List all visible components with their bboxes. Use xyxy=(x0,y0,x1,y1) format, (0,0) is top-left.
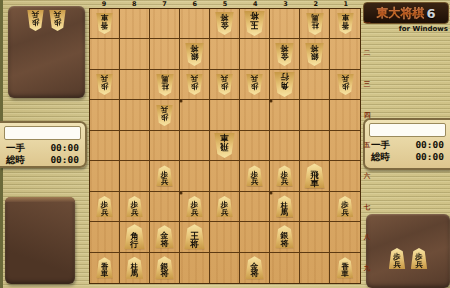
gote-player-name-field[interactable] xyxy=(4,126,81,140)
board-cell[interactable]: 桂馬 xyxy=(120,253,150,283)
board-cell[interactable] xyxy=(240,100,270,130)
piece-kanji: 歩兵 xyxy=(54,11,62,26)
piece-silver[interactable]: 銀将 xyxy=(305,43,324,66)
gote-move-timer-row: 一手 00:00 xyxy=(4,142,81,154)
board-cell[interactable] xyxy=(90,222,120,252)
piece-kanji: 飛車 xyxy=(310,171,319,188)
board-cell[interactable]: 桂馬 xyxy=(270,192,300,222)
board-cell[interactable]: 歩兵 xyxy=(240,161,270,191)
piece-pawn[interactable]: 歩兵 xyxy=(337,74,354,95)
board-cell[interactable]: 銀将 xyxy=(300,39,330,69)
sente-player-name-field[interactable] xyxy=(369,123,446,137)
rank-label: 三 xyxy=(362,69,372,100)
piece-kanji: 銀将 xyxy=(311,44,319,60)
logo-subtitle: for Windows xyxy=(363,25,448,33)
spare-tray xyxy=(5,197,75,284)
board-cell[interactable] xyxy=(210,39,240,69)
board-cell[interactable]: 金将 xyxy=(210,9,240,39)
piece-lance[interactable]: 香車 xyxy=(96,257,113,278)
piece-lance[interactable]: 香車 xyxy=(337,13,354,34)
board-cell[interactable] xyxy=(180,131,210,161)
board-cell[interactable]: 香車 xyxy=(90,253,120,283)
sente-hand-pieces: 歩兵歩兵 xyxy=(366,214,450,269)
board-cell[interactable] xyxy=(330,222,360,252)
piece-pawn[interactable]: 歩兵 xyxy=(156,165,173,186)
board-cell[interactable]: 金将 xyxy=(150,222,180,252)
board-cell[interactable] xyxy=(300,100,330,130)
piece-pawn[interactable]: 歩兵 xyxy=(186,74,203,95)
sente-total-timer-row: 総時 00:00 xyxy=(369,151,446,163)
piece-kanji: 桂馬 xyxy=(131,263,139,278)
sente-captured-tray: 歩兵歩兵 xyxy=(366,214,450,288)
gote-move-timer-label: 一手 xyxy=(6,142,25,154)
board-cell[interactable] xyxy=(270,9,300,39)
sente-total-timer-value: 00:00 xyxy=(415,151,444,163)
file-label: 4 xyxy=(240,0,270,8)
rank-label: 七 xyxy=(362,192,372,223)
piece-lance[interactable]: 香車 xyxy=(337,257,354,278)
rank-coordinate-labels: 一二三四五六七八九 xyxy=(362,8,372,284)
sente-move-timer-row: 一手 00:00 xyxy=(369,139,446,151)
board-cell[interactable]: 角行 xyxy=(270,70,300,100)
board-cell[interactable]: 角行 xyxy=(120,222,150,252)
rank-label: 六 xyxy=(362,161,372,192)
piece-kanji: 歩兵 xyxy=(393,253,401,268)
piece-bishop[interactable]: 角行 xyxy=(274,72,295,97)
board-cell[interactable] xyxy=(120,9,150,39)
piece-lance[interactable]: 香車 xyxy=(96,13,113,34)
board-cell[interactable] xyxy=(300,253,330,283)
hoshi-dot xyxy=(179,100,182,103)
piece-kanji: 歩兵 xyxy=(101,201,109,216)
piece-kanji: 金将 xyxy=(281,44,289,60)
board-cell[interactable]: 飛車 xyxy=(210,131,240,161)
piece-king[interactable]: 玉将 xyxy=(244,11,265,36)
board-cell[interactable] xyxy=(270,253,300,283)
board-cell[interactable] xyxy=(330,131,360,161)
piece-kanji: 歩兵 xyxy=(32,11,40,26)
rank-label: 四 xyxy=(362,100,372,131)
piece-kanji: 歩兵 xyxy=(191,201,199,216)
piece-kanji: 桂馬 xyxy=(311,14,319,29)
piece-kanji: 桂馬 xyxy=(161,75,169,90)
board-cell[interactable] xyxy=(300,192,330,222)
piece-rook[interactable]: 飛車 xyxy=(214,133,235,158)
logo-title: 東大将棋 xyxy=(376,5,424,22)
board-cell[interactable] xyxy=(270,100,300,130)
shogi-board[interactable]: 香車金将玉将桂馬香車銀将金将銀将歩兵桂馬歩兵歩兵歩兵角行歩兵歩兵飛車歩兵歩兵歩兵… xyxy=(89,8,361,284)
file-label: 5 xyxy=(210,0,240,8)
board-cell[interactable] xyxy=(210,161,240,191)
board-cell[interactable] xyxy=(150,39,180,69)
board-cell[interactable]: 銀将 xyxy=(150,253,180,283)
board-cell[interactable]: 飛車 xyxy=(300,161,330,191)
board-cell[interactable] xyxy=(300,222,330,252)
rank-label: 一 xyxy=(362,8,372,39)
sente-player-panel: 一手 00:00 総時 00:00 xyxy=(363,118,450,170)
piece-kanji: 香車 xyxy=(101,263,109,278)
piece-kanji: 歩兵 xyxy=(101,75,109,90)
piece-pawn[interactable]: 歩兵 xyxy=(337,196,354,217)
board-cell[interactable] xyxy=(90,39,120,69)
piece-pawn[interactable]: 歩兵 xyxy=(246,165,263,186)
file-label: 8 xyxy=(119,0,149,8)
board-cell[interactable] xyxy=(300,131,330,161)
piece-kanji: 歩兵 xyxy=(221,201,229,216)
board-cell[interactable] xyxy=(180,161,210,191)
logo-version: 6 xyxy=(426,6,435,21)
hoshi-dot xyxy=(179,192,182,195)
gote-total-timer-value: 00:00 xyxy=(50,154,79,166)
piece-gold[interactable]: 金将 xyxy=(155,225,174,248)
rank-label: 八 xyxy=(362,223,372,254)
gote-player-panel: 一手 00:00 総時 00:00 xyxy=(0,121,87,168)
board-cell[interactable] xyxy=(120,161,150,191)
piece-pawn[interactable]: 歩兵 xyxy=(276,165,293,186)
board-cell[interactable]: 桂馬 xyxy=(300,9,330,39)
board-cell[interactable]: 歩兵 xyxy=(120,192,150,222)
piece-kanji: 角行 xyxy=(280,73,289,90)
hoshi-dot xyxy=(270,100,273,103)
piece-kanji: 飛車 xyxy=(220,134,229,151)
board-cell[interactable]: 香車 xyxy=(330,253,360,283)
piece-kanji: 歩兵 xyxy=(131,201,139,216)
app-logo: 東大将棋6 xyxy=(363,2,449,24)
piece-kanji: 歩兵 xyxy=(281,171,289,186)
board-cell[interactable]: 歩兵 xyxy=(90,70,120,100)
gote-total-timer-row: 総時 00:00 xyxy=(4,154,81,166)
piece-kanji: 歩兵 xyxy=(251,171,259,186)
piece-kanji: 歩兵 xyxy=(221,75,229,90)
sente-total-timer-label: 総時 xyxy=(371,151,390,163)
piece-knight[interactable]: 桂馬 xyxy=(306,13,324,35)
board-cell[interactable] xyxy=(270,131,300,161)
piece-kanji: 銀将 xyxy=(161,263,169,279)
piece-kanji: 金将 xyxy=(161,232,169,248)
board-cell[interactable]: 銀将 xyxy=(180,39,210,69)
board-cell[interactable] xyxy=(180,253,210,283)
board-cell[interactable]: 金将 xyxy=(240,253,270,283)
file-label: 2 xyxy=(301,0,331,8)
board-cell[interactable]: 歩兵 xyxy=(210,70,240,100)
piece-pawn[interactable]: 歩兵 xyxy=(186,196,203,217)
piece-gold[interactable]: 金将 xyxy=(245,256,264,279)
board-cell[interactable] xyxy=(240,131,270,161)
piece-bishop[interactable]: 角行 xyxy=(124,224,145,249)
piece-pawn[interactable]: 歩兵 xyxy=(96,196,113,217)
board-cell[interactable]: 玉将 xyxy=(240,9,270,39)
board-cell[interactable] xyxy=(330,100,360,130)
piece-kanji: 銀将 xyxy=(281,232,289,248)
gote-total-timer-label: 総時 xyxy=(6,154,25,166)
board-cell[interactable] xyxy=(180,9,210,39)
board-cell[interactable] xyxy=(150,192,180,222)
gote-move-timer-value: 00:00 xyxy=(50,142,79,154)
piece-pawn[interactable]: 歩兵 xyxy=(96,74,113,95)
board-cell[interactable] xyxy=(120,39,150,69)
piece-kanji: 香車 xyxy=(101,14,109,29)
file-label: 7 xyxy=(149,0,179,8)
piece-gold[interactable]: 金将 xyxy=(215,12,234,35)
piece-kanji: 香車 xyxy=(341,263,349,278)
piece-kanji: 金将 xyxy=(251,263,259,279)
file-label: 1 xyxy=(331,0,361,8)
piece-pawn[interactable]: 歩兵 xyxy=(216,196,233,217)
gote-captured-tray: 歩兵歩兵 xyxy=(8,6,85,98)
piece-kanji: 歩兵 xyxy=(161,106,169,121)
piece-kanji: 歩兵 xyxy=(191,75,199,90)
gote-hand-pieces: 歩兵歩兵 xyxy=(8,6,85,31)
board-cell[interactable] xyxy=(90,100,120,130)
file-label: 9 xyxy=(89,0,119,8)
piece-king[interactable]: 王将 xyxy=(184,224,205,249)
board-cell[interactable] xyxy=(240,222,270,252)
piece-pawn[interactable]: 歩兵 xyxy=(389,248,406,269)
piece-knight[interactable]: 桂馬 xyxy=(126,257,144,279)
board-cell[interactable]: 桂馬 xyxy=(150,70,180,100)
piece-kanji: 歩兵 xyxy=(161,171,169,186)
board-cell[interactable] xyxy=(210,100,240,130)
piece-silver[interactable]: 銀将 xyxy=(155,256,174,279)
rank-label: 二 xyxy=(362,39,372,70)
board-cell[interactable]: 王将 xyxy=(180,222,210,252)
piece-kanji: 金将 xyxy=(221,13,229,29)
piece-kanji: 歩兵 xyxy=(341,201,349,216)
board-cell[interactable] xyxy=(150,9,180,39)
board-cell[interactable]: 歩兵 xyxy=(330,70,360,100)
board-cell[interactable] xyxy=(240,39,270,69)
piece-kanji: 桂馬 xyxy=(281,202,289,217)
board-cell[interactable] xyxy=(120,100,150,130)
piece-kanji: 王将 xyxy=(190,232,199,249)
piece-pawn[interactable]: 歩兵 xyxy=(27,10,44,31)
piece-silver[interactable]: 銀将 xyxy=(275,225,294,248)
board-cell[interactable]: 歩兵 xyxy=(330,192,360,222)
piece-pawn[interactable]: 歩兵 xyxy=(216,74,233,95)
board-cell[interactable] xyxy=(120,131,150,161)
board-cell[interactable]: 歩兵 xyxy=(210,192,240,222)
piece-rook[interactable]: 飛車 xyxy=(304,163,325,188)
piece-pawn[interactable]: 歩兵 xyxy=(126,196,143,217)
board-cell[interactable]: 歩兵 xyxy=(180,192,210,222)
piece-kanji: 玉将 xyxy=(250,12,259,29)
piece-pawn[interactable]: 歩兵 xyxy=(156,105,173,126)
app-window: 東大将棋6 for Windows 歩兵歩兵 歩兵歩兵 一手 00:00 総時 … xyxy=(0,0,450,288)
file-label: 3 xyxy=(270,0,300,8)
hoshi-dot xyxy=(270,192,273,195)
piece-knight[interactable]: 桂馬 xyxy=(276,195,294,217)
board-cell[interactable]: 香車 xyxy=(330,9,360,39)
piece-kanji: 歩兵 xyxy=(415,253,423,268)
board-cell[interactable]: 歩兵 xyxy=(240,70,270,100)
board-cell[interactable] xyxy=(120,70,150,100)
board-cell[interactable]: 香車 xyxy=(90,9,120,39)
sente-move-timer-value: 00:00 xyxy=(415,139,444,151)
board-cell[interactable] xyxy=(90,161,120,191)
board-cell[interactable] xyxy=(90,131,120,161)
piece-kanji: 歩兵 xyxy=(341,75,349,90)
piece-kanji: 香車 xyxy=(341,14,349,29)
piece-knight[interactable]: 桂馬 xyxy=(156,74,174,96)
board-cell[interactable]: 歩兵 xyxy=(150,100,180,130)
tray-rim xyxy=(5,197,75,202)
piece-pawn[interactable]: 歩兵 xyxy=(246,74,263,95)
board-cell[interactable]: 歩兵 xyxy=(270,161,300,191)
board-cell[interactable] xyxy=(300,70,330,100)
rank-label: 五 xyxy=(362,131,372,162)
board-cell[interactable]: 歩兵 xyxy=(180,70,210,100)
board-cell[interactable] xyxy=(180,100,210,130)
piece-silver[interactable]: 銀将 xyxy=(185,43,204,66)
piece-pawn[interactable]: 歩兵 xyxy=(411,248,428,269)
piece-gold[interactable]: 金将 xyxy=(275,43,294,66)
sente-move-timer-label: 一手 xyxy=(371,139,390,151)
piece-pawn[interactable]: 歩兵 xyxy=(49,10,66,31)
file-coordinate-labels: 987654321 xyxy=(89,0,361,8)
board-cell[interactable] xyxy=(210,222,240,252)
board-cell[interactable] xyxy=(330,39,360,69)
board-cell[interactable] xyxy=(330,161,360,191)
board-cell[interactable] xyxy=(210,253,240,283)
file-label: 6 xyxy=(180,0,210,8)
board-cell[interactable] xyxy=(240,192,270,222)
board-cell[interactable]: 金将 xyxy=(270,39,300,69)
rank-label: 九 xyxy=(362,253,372,284)
board-cell[interactable] xyxy=(150,131,180,161)
board-cell[interactable]: 歩兵 xyxy=(150,161,180,191)
piece-kanji: 銀将 xyxy=(191,44,199,60)
board-cell[interactable]: 歩兵 xyxy=(90,192,120,222)
piece-kanji: 角行 xyxy=(130,232,139,249)
piece-kanji: 歩兵 xyxy=(251,75,259,90)
board-cell[interactable]: 銀将 xyxy=(270,222,300,252)
